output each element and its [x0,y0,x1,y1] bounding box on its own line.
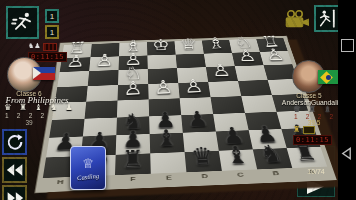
square-c8[interactable]: ♝ [219,149,257,171]
white-queen: ♕ [174,34,204,54]
chess-app-screen: ♖♗♔♕♗♘♖♙♙♙♙♙♘♙♙♙♙♞♟♟♟♟♟♝♟♟♟♚♜♛♝♞♜ HGFEDC… [0,0,356,200]
white-pawn: ♙ [148,75,180,100]
square-g4[interactable] [86,85,118,102]
square-d1[interactable]: ♕ [174,41,203,55]
white-pawn: ♙ [117,76,148,101]
white-pawn: ♙ [178,74,211,98]
left-piece-tray: ♛ ♜ ♝ ♞ ♟ [4,102,75,112]
square-g3[interactable] [88,70,119,86]
android-nav-bar [338,0,356,200]
fast-forward-button[interactable] [2,185,27,200]
castling-label: Castling [77,171,100,180]
right-player-stat-row: ♜ [293,125,329,134]
square-e4[interactable]: ♙ [148,83,179,100]
castling-move-card: ♕ Castling [70,146,106,190]
square-c3[interactable]: ♙ [206,66,238,82]
square-c1[interactable]: ♗ [202,40,232,54]
philippines-flag [33,67,55,80]
square-d6[interactable]: ♟ [181,114,216,133]
crown-icon: ♕ [82,157,94,171]
right-stat-box [303,126,315,134]
left-piece-counts: 1 2 2 2 8 [5,112,59,119]
right-player-class: Classe 5 [286,92,332,99]
square-e8[interactable] [150,152,186,174]
square-a8[interactable]: ♜ [287,146,328,167]
rotate-icon [6,133,24,151]
square-c5[interactable] [211,96,245,114]
left-player-stat-row: ♞♟ [28,42,62,51]
fast-forward-icon [6,191,24,200]
rewind-icon [6,163,24,177]
rotate-board-button[interactable] [2,129,27,155]
right-mini-piece-icon: ♜ [293,125,300,134]
android-recents-button[interactable] [341,39,354,52]
black-rook: ♜ [115,143,151,175]
square-g5[interactable] [85,101,118,119]
square-b5[interactable] [241,95,276,113]
square-b8[interactable]: ♞ [253,148,292,170]
square-g2[interactable]: ♙ [89,56,119,71]
android-back-button[interactable] [340,147,353,160]
white-pawn: ♙ [258,44,292,65]
square-f8[interactable]: ♜ [115,153,151,175]
square-e1[interactable]: ♔ [147,41,176,55]
square-d8[interactable]: ♛ [185,150,222,172]
brazil-flag [318,70,340,84]
white-pawn: ♙ [89,49,119,71]
square-d2[interactable] [176,53,206,68]
left-stat-box [43,43,57,51]
black-queen: ♛ [184,141,222,173]
white-king: ♔ [147,35,176,55]
square-e7[interactable]: ♝ [150,133,185,153]
right-player-clock: 0:11:15 [293,135,332,145]
replay-progress: 10/74 [296,168,336,175]
left-mini-piece-icons: ♞♟ [28,42,41,51]
white-pawn: ♙ [205,59,238,82]
rewind-button[interactable] [2,157,27,183]
square-a2[interactable]: ♙ [260,51,292,65]
black-pawn: ♟ [180,105,215,133]
square-e2[interactable] [147,54,177,69]
square-c4[interactable] [208,81,241,98]
square-h3[interactable] [57,71,89,87]
white-bishop: ♗ [201,33,232,53]
square-b4[interactable] [238,80,272,96]
left-material-total: 39 [16,119,42,126]
square-d4[interactable]: ♙ [178,82,210,99]
square-b3[interactable] [235,65,268,80]
black-bishop: ♝ [149,124,184,154]
square-f4[interactable]: ♙ [118,84,149,101]
square-b2[interactable]: ♙ [232,52,264,67]
file-label-e: E [151,172,188,184]
